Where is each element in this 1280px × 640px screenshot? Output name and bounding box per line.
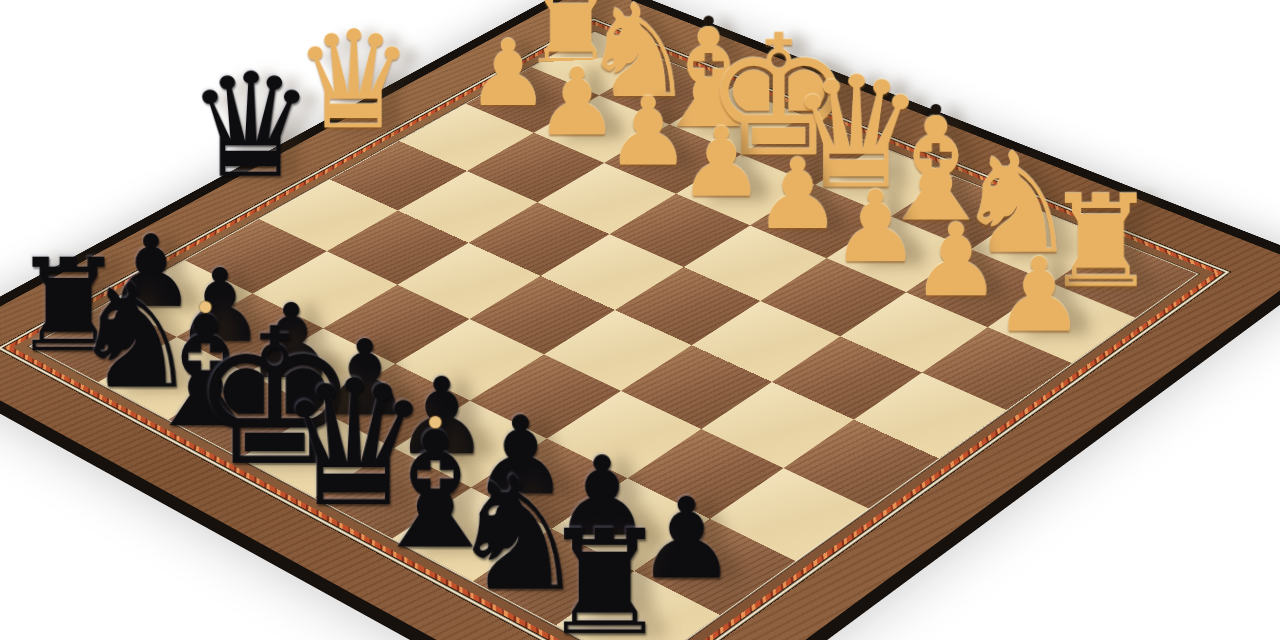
black-rook[interactable]: ♜ — [540, 512, 669, 640]
extra-black-queen[interactable]: ♛ — [186, 54, 315, 198]
inlay-band: ♜♞♝♚♛♝♞♜♟♟♟♟♟♟♟♟♟♟♟♟♟♟♟♟♜♞♝♚♛♝♞♜ — [0, 19, 1228, 640]
white-pawn[interactable]: ♟ — [679, 115, 765, 211]
chess-board: ♜♞♝♚♛♝♞♜♟♟♟♟♟♟♟♟♟♟♟♟♟♟♟♟♜♞♝♚♛♝♞♜ ♛ ♛ — [0, 0, 1280, 640]
board-border: ♜♞♝♚♛♝♞♜♟♟♟♟♟♟♟♟♟♟♟♟♟♟♟♟♜♞♝♚♛♝♞♜ ♛ ♛ — [0, 0, 1280, 640]
white-pawn[interactable]: ♟ — [911, 210, 1001, 311]
white-pawn[interactable]: ♟ — [994, 244, 1086, 347]
white-pawn[interactable]: ♟ — [831, 178, 920, 277]
white-pawn[interactable]: ♟ — [754, 146, 842, 244]
chess-product-photo-scene: ♜♞♝♚♛♝♞♜♟♟♟♟♟♟♟♟♟♟♟♟♟♟♟♟♜♞♝♚♛♝♞♜ ♛ ♛ — [0, 0, 1280, 640]
